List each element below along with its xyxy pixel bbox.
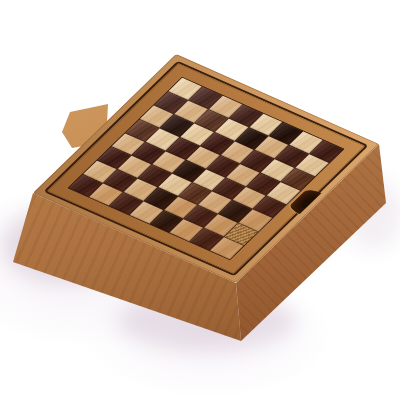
chess-box-product-photo <box>0 0 400 400</box>
